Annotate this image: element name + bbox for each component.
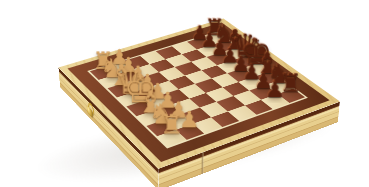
square-f5[interactable]	[206, 87, 234, 102]
brass-latch-icon	[86, 99, 95, 122]
square-h1[interactable]: ♜	[157, 130, 186, 147]
product-photo-wooden-chess-set: ♜♟♟♜♞♟♟♞♝♟♟♝♛♟♟♛♚♟♟♚♝♟♟♝♞♟♟♞♜♟♟♜	[0, 0, 369, 187]
walnut-border: ♜♟♟♜♞♟♟♞♝♟♟♝♛♟♟♛♚♟♟♚♝♟♟♝♞♟♟♞♜♟♟♜	[68, 23, 330, 163]
black-pawn[interactable]: ♟	[265, 80, 284, 102]
fold-seam	[202, 152, 204, 174]
scene: ♜♟♟♜♞♟♟♞♝♟♟♝♛♟♟♛♚♟♟♚♝♟♟♝♞♟♟♞♜♟♟♜	[0, 0, 369, 187]
chess-board: ♜♟♟♜♞♟♟♞♝♟♟♝♛♟♟♛♚♟♟♚♝♟♟♝♞♟♟♞♜♟♟♜	[58, 19, 340, 169]
white-rook[interactable]: ♜	[160, 112, 184, 138]
pine-box-top: ♜♟♟♜♞♟♟♞♝♟♟♝♛♟♟♛♚♟♟♚♝♟♟♝♞♟♟♞♜♟♟♜	[58, 19, 340, 169]
